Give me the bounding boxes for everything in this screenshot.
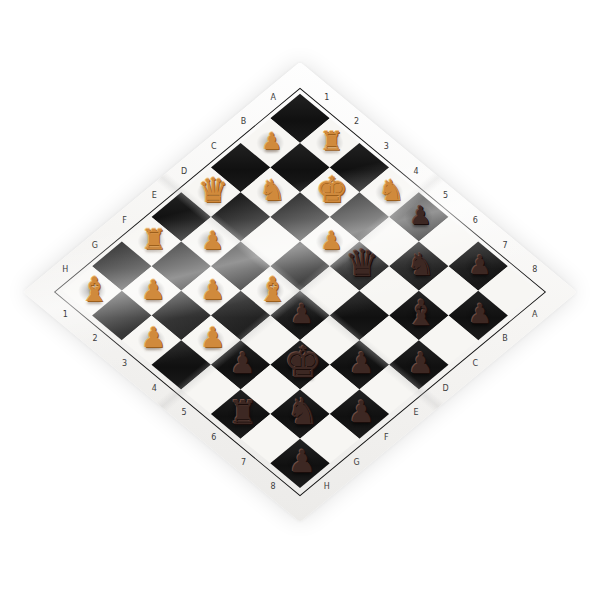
white-pawn-b1[interactable]: ♟ (262, 130, 283, 153)
coord-letter-right-D: D (443, 384, 449, 393)
board-border-line: ♜♞♟♟♟♚♞♟♞♟♛♝♛♟♟♝♟♟♜♟♚♟♟♟♟♞♝♟♜♟ (54, 88, 546, 496)
coord-letter-left-G: G (92, 241, 98, 250)
white-pawn-e2[interactable]: ♟ (201, 228, 223, 253)
coord-number-bottom-6: 6 (211, 433, 216, 442)
coord-number-top-3: 3 (384, 142, 389, 151)
white-knight-a4[interactable]: ♞ (378, 176, 404, 205)
black-bishop-c7[interactable]: ♝ (406, 296, 437, 331)
coord-letter-left-B: B (241, 117, 247, 126)
white-rook-a2[interactable]: ♜ (320, 128, 343, 154)
black-pawn-f8[interactable]: ♟ (348, 397, 375, 427)
coord-letter-right-H: H (324, 482, 330, 491)
coord-letter-right-F: F (384, 433, 389, 442)
coord-letter-left-D: D (181, 167, 187, 176)
coord-letter-right-B: B (502, 334, 508, 343)
coord-letter-right-C: C (473, 359, 479, 368)
black-queen-c5[interactable]: ♛ (345, 246, 378, 283)
white-rook-f1[interactable]: ♜ (141, 226, 166, 254)
board-rotation-wrapper: 11AA22BB33CC44DD55EE66FF77GG88HH ♜♞♟♟♟♚♞… (23, 62, 577, 522)
coord-number-bottom-2: 2 (92, 334, 97, 343)
coord-number-top-4: 4 (413, 167, 418, 176)
vinyl-chess-mat: 11AA22BB33CC44DD55EE66FF77GG88HH ♜♞♟♟♟♚♞… (23, 62, 577, 522)
coord-number-top-1: 1 (324, 93, 329, 102)
coord-letter-left-E: E (152, 191, 157, 200)
coord-number-bottom-4: 4 (152, 384, 157, 393)
coord-number-bottom-5: 5 (181, 408, 186, 417)
coord-letter-right-A: A (532, 310, 537, 319)
coord-letter-left-H: H (62, 265, 68, 274)
black-pawn-e5[interactable]: ♟ (290, 300, 314, 327)
white-pawn-h3[interactable]: ♟ (141, 325, 166, 353)
coord-number-top-8: 8 (532, 265, 537, 274)
black-pawn-e7[interactable]: ♟ (348, 349, 374, 378)
coord-number-top-6: 6 (473, 216, 478, 225)
white-bishop-h1[interactable]: ♝ (79, 272, 109, 306)
black-pawn-g5[interactable]: ♟ (230, 349, 256, 378)
coord-letter-left-F: F (122, 216, 127, 225)
white-queen-d1[interactable]: ♛ (198, 173, 228, 207)
coord-number-bottom-1: 1 (63, 310, 68, 319)
coord-letter-left-C: C (211, 142, 217, 151)
coord-number-top-7: 7 (503, 241, 508, 250)
black-king-f6[interactable]: ♚ (284, 341, 323, 384)
coord-number-top-2: 2 (354, 117, 359, 126)
coord-number-top-5: 5 (443, 191, 448, 200)
coord-letter-left-A: A (270, 93, 275, 102)
white-knight-c2[interactable]: ♞ (259, 176, 285, 205)
white-bishop-e4[interactable]: ♝ (257, 272, 287, 306)
chess-board: ♜♞♟♟♟♚♞♟♞♟♛♝♛♟♟♝♟♟♜♟♚♟♟♟♟♞♝♟♜♟ (62, 94, 537, 488)
coord-number-bottom-3: 3 (122, 359, 127, 368)
photo-canvas: 11AA22BB33CC44DD55EE66FF77GG88HH ♜♞♟♟♟♚♞… (0, 0, 600, 600)
coord-number-bottom-7: 7 (241, 458, 246, 467)
coord-number-bottom-8: 8 (271, 482, 276, 491)
black-knight-g7[interactable]: ♞ (286, 394, 318, 430)
black-rook-h6[interactable]: ♜ (228, 396, 258, 429)
black-pawn-h8[interactable]: ♟ (288, 446, 316, 477)
black-pawn-d8[interactable]: ♟ (408, 349, 434, 378)
white-pawn-c4[interactable]: ♟ (320, 228, 342, 253)
black-pawn-b8[interactable]: ♟ (468, 300, 492, 327)
white-pawn-g4[interactable]: ♟ (200, 325, 225, 353)
coord-letter-right-E: E (413, 408, 418, 417)
coord-letter-right-G: G (353, 458, 359, 467)
black-knight-b6[interactable]: ♞ (407, 249, 435, 280)
white-pawn-f3[interactable]: ♟ (201, 276, 225, 303)
white-king-b3[interactable]: ♚ (316, 172, 348, 208)
black-pawn-a5[interactable]: ♟ (409, 203, 431, 228)
white-pawn-g2[interactable]: ♟ (141, 276, 165, 303)
black-pawn-a7[interactable]: ♟ (468, 252, 491, 278)
